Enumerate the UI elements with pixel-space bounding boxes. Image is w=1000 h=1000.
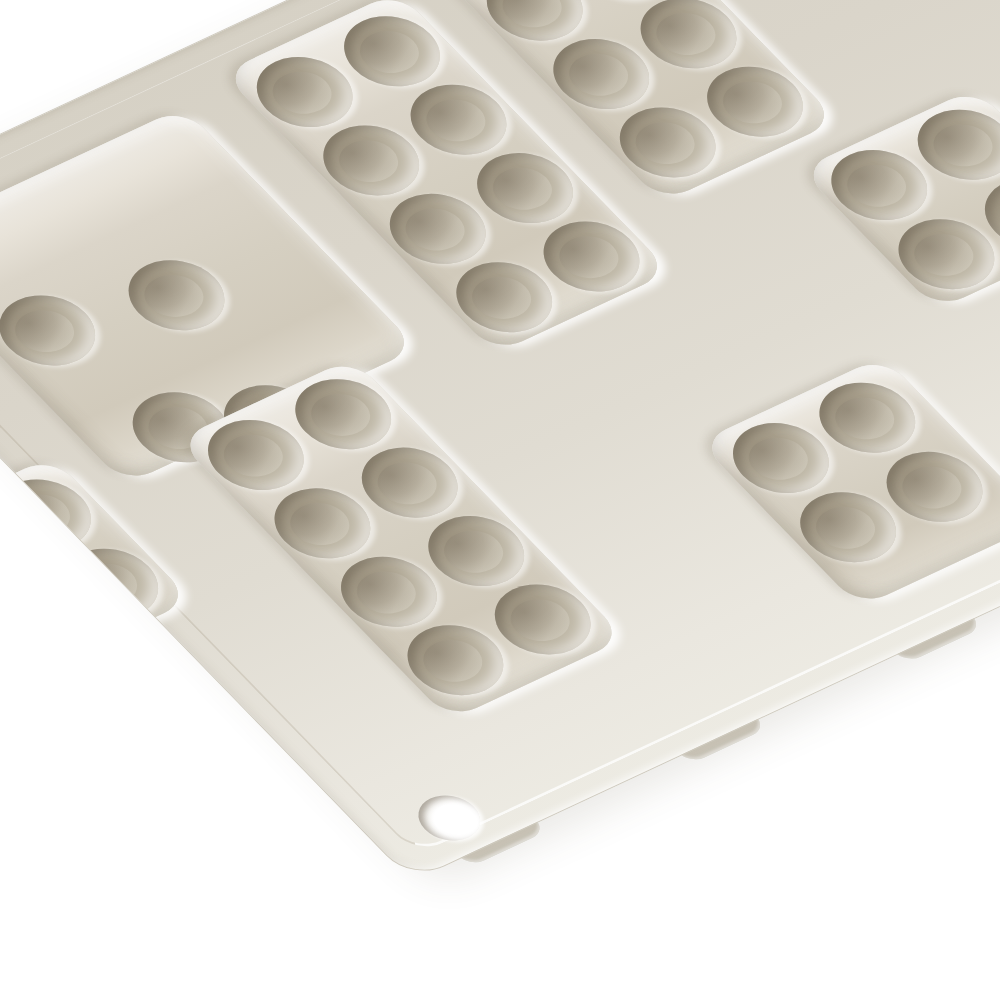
photo-canvas: [0, 0, 1000, 1000]
hanging-hole: [406, 787, 492, 849]
cavity-left-edge-2x2-cut: [0, 456, 192, 684]
cavity-center-2x4: [177, 358, 626, 721]
stud-depression: [43, 536, 177, 632]
mold-body: [0, 0, 1000, 882]
